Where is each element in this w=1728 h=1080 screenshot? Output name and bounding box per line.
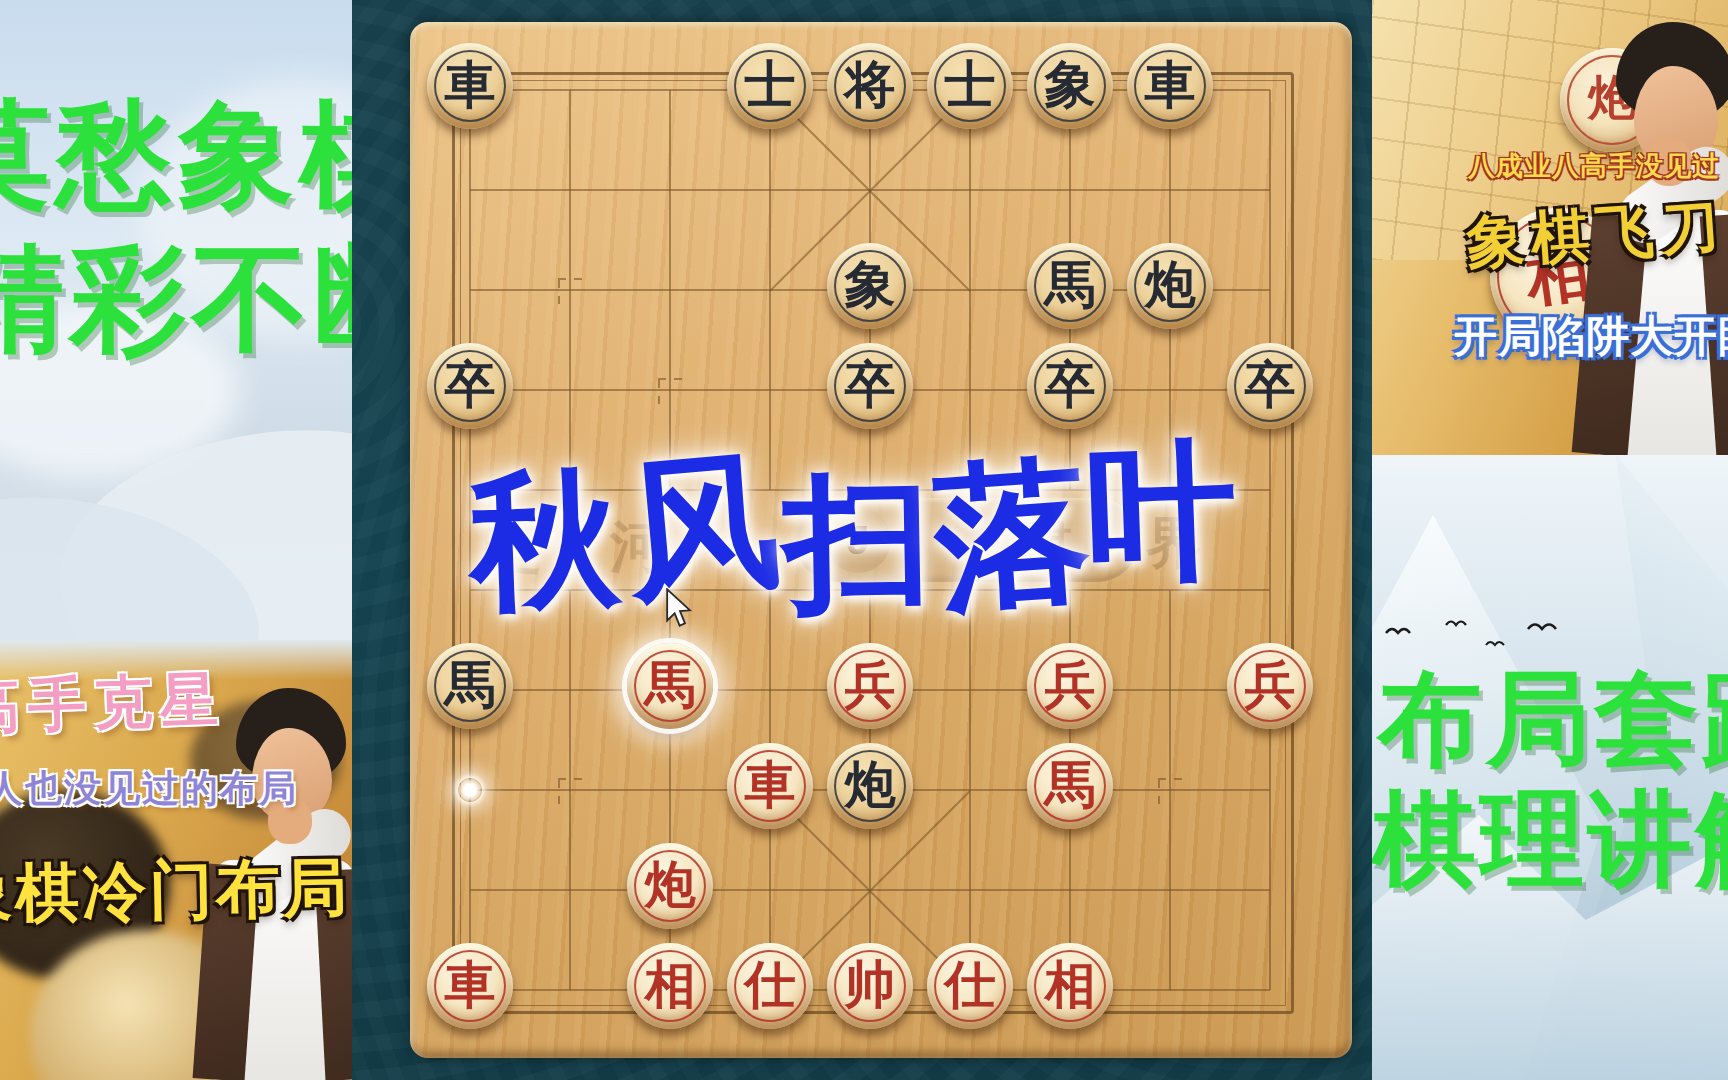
xiangqi-piece-black[interactable]: 卒 xyxy=(827,343,913,429)
screenshot-stage: 莫愁象棋 精彩不断 高手克星 人也没见过的布局 象棋冷门布局 相 炮 xyxy=(0,0,1728,1080)
promo-text: 开局陷阱大开眼界 xyxy=(1454,308,1728,366)
xiangqi-piece-black[interactable]: 車 xyxy=(427,43,513,129)
xiangqi-piece-black[interactable]: 士 xyxy=(927,43,1013,129)
piece-glyph: 馬 xyxy=(445,659,496,710)
piece-glyph: 卒 xyxy=(1245,359,1296,410)
promo-text: 莫愁象棋 xyxy=(0,78,352,234)
xiangqi-piece-black[interactable]: 士 xyxy=(727,43,813,129)
xiangqi-piece-black[interactable]: 馬 xyxy=(427,643,513,729)
piece-glyph: 仕 xyxy=(945,959,996,1010)
overlay-caption-char: 落 xyxy=(927,426,1097,646)
star-point-marker xyxy=(558,778,582,802)
move-origin-indicator xyxy=(458,778,482,802)
piece-glyph: 馬 xyxy=(645,659,696,710)
piece-glyph: 将 xyxy=(845,59,896,110)
piece-glyph: 相 xyxy=(1045,959,1096,1010)
piece-glyph: 卒 xyxy=(445,359,496,410)
xiangqi-piece-red[interactable]: 車 xyxy=(727,743,813,829)
star-point-marker xyxy=(1158,778,1182,802)
xiangqi-piece-black[interactable]: 炮 xyxy=(1127,243,1213,329)
promo-text: 布局套路 xyxy=(1378,651,1728,791)
xiangqi-piece-red[interactable]: 車 xyxy=(427,943,513,1029)
xiangqi-piece-red[interactable]: 相 xyxy=(627,943,713,1029)
piece-glyph: 兵 xyxy=(845,659,896,710)
piece-glyph: 仕 xyxy=(745,959,796,1010)
xiangqi-piece-red[interactable]: 馬 xyxy=(1027,743,1113,829)
xiangqi-piece-black[interactable]: 馬 xyxy=(1027,243,1113,329)
promo-text: 人也没见过的布局 xyxy=(0,764,298,814)
piece-glyph: 兵 xyxy=(1045,659,1096,710)
video-thumbnail-left-bottom[interactable]: 高手克星 人也没见过的布局 象棋冷门布局 xyxy=(0,640,352,1080)
video-thumbnail-right-bottom[interactable]: 布局套路 棋理讲解 xyxy=(1372,455,1728,1080)
piece-glyph: 士 xyxy=(945,59,996,110)
xiangqi-piece-red[interactable]: 兵 xyxy=(827,643,913,729)
xiangqi-piece-black[interactable]: 将 xyxy=(827,43,913,129)
piece-glyph: 炮 xyxy=(1145,259,1196,310)
overlay-caption-char: 扫 xyxy=(782,444,933,647)
video-thumbnail-right-top[interactable]: 相 炮 八成业八高手没见过 象棋飞刀 开局陷阱大开眼界 xyxy=(1372,0,1728,455)
piece-glyph: 馬 xyxy=(1045,259,1096,310)
promo-text: 象棋冷门布局 xyxy=(0,844,351,938)
promo-text: 精彩不断 xyxy=(0,222,352,378)
birds-icon xyxy=(1378,615,1598,655)
star-point-marker xyxy=(558,278,582,302)
piece-glyph: 馬 xyxy=(1045,759,1096,810)
piece-glyph: 炮 xyxy=(845,759,896,810)
xiangqi-piece-red[interactable]: 兵 xyxy=(1027,643,1113,729)
xiangqi-piece-red[interactable]: 相 xyxy=(1027,943,1113,1029)
promo-text: 高手克星 xyxy=(0,660,227,747)
piece-glyph: 車 xyxy=(745,759,796,810)
piece-glyph: 車 xyxy=(445,959,496,1010)
piece-glyph: 象 xyxy=(845,259,896,310)
xiangqi-piece-red[interactable]: 仕 xyxy=(727,943,813,1029)
promo-text: 棋理讲解 xyxy=(1372,771,1728,911)
piece-glyph: 車 xyxy=(445,59,496,110)
xiangqi-piece-black[interactable]: 象 xyxy=(1027,43,1113,129)
piece-glyph: 兵 xyxy=(1245,659,1296,710)
promo-text: 八成业八高手没见过 xyxy=(1468,148,1720,184)
piece-glyph: 卒 xyxy=(845,359,896,410)
xiangqi-piece-red[interactable]: 馬 xyxy=(627,643,713,729)
star-point-marker xyxy=(658,378,682,402)
xiangqi-piece-black[interactable]: 卒 xyxy=(427,343,513,429)
piece-glyph: 象 xyxy=(1045,59,1096,110)
xiangqi-piece-red[interactable]: 帅 xyxy=(827,943,913,1029)
mouse-cursor-icon xyxy=(664,588,692,628)
overlay-caption-char: 风 xyxy=(618,419,787,636)
xiangqi-piece-red[interactable]: 兵 xyxy=(1227,643,1313,729)
piece-glyph: 車 xyxy=(1145,59,1196,110)
piece-glyph: 炮 xyxy=(645,859,696,910)
overlay-caption-char: 秋 xyxy=(467,439,624,646)
video-thumbnail-left-top[interactable]: 莫愁象棋 精彩不断 xyxy=(0,0,352,640)
xiangqi-piece-black[interactable]: 炮 xyxy=(827,743,913,829)
piece-glyph: 卒 xyxy=(1045,359,1096,410)
xiangqi-piece-black[interactable]: 車 xyxy=(1127,43,1213,129)
piece-glyph: 相 xyxy=(645,959,696,1010)
piece-glyph: 士 xyxy=(745,59,796,110)
xiangqi-piece-red[interactable]: 炮 xyxy=(627,843,713,929)
xiangqi-piece-red[interactable]: 仕 xyxy=(927,943,1013,1029)
xiangqi-piece-black[interactable]: 象 xyxy=(827,243,913,329)
overlay-caption-char: 叶 xyxy=(1084,411,1241,618)
piece-glyph: 帅 xyxy=(845,959,896,1010)
xiangqi-piece-black[interactable]: 卒 xyxy=(1227,343,1313,429)
